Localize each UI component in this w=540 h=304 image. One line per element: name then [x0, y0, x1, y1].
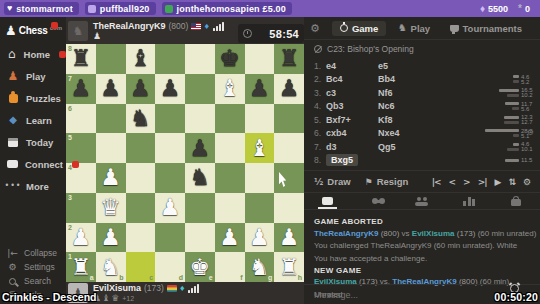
- square-c6[interactable]: ♞: [126, 104, 156, 134]
- sidebar-label-learn: Learn: [26, 115, 52, 126]
- subscriber-name: puffball920: [100, 4, 150, 14]
- sidebar: ♟ Chess com ⌂ Home ♟ Play Puzzles ◆ Lear…: [0, 17, 66, 304]
- square-h3[interactable]: [274, 193, 304, 223]
- today-icon: [8, 138, 18, 147]
- square-d8[interactable]: [155, 44, 185, 74]
- shop-bag-icon: [511, 199, 521, 206]
- move-number: 1.: [310, 61, 326, 71]
- sidebar-label-home: Home: [24, 49, 50, 60]
- donation-text: jonthehomosapien £5.00: [177, 4, 286, 14]
- piece-white-pawn-d3[interactable]: ♟: [155, 193, 185, 223]
- square-d5[interactable]: [155, 133, 185, 163]
- go-back-icon[interactable]: <: [449, 177, 456, 187]
- game-controls: ½ Draw ⚑ Resign |<<>>|▶⇅⚙: [304, 170, 540, 192]
- square-f5[interactable]: [215, 133, 245, 163]
- time-value: 11.5: [521, 157, 534, 163]
- settings-button[interactable]: ⚙ Settings: [0, 260, 66, 274]
- more-icon: •••: [4, 182, 21, 190]
- collapse-icon: |←: [7, 248, 18, 258]
- square-c4[interactable]: [126, 163, 156, 193]
- piece-white-bishop-f7[interactable]: ♝: [215, 74, 245, 104]
- move-number: 2.: [310, 74, 326, 84]
- sidebar-label-connect: Connect: [25, 159, 63, 170]
- square-g2[interactable]: ♟: [245, 223, 275, 253]
- move-times: 16.510.2: [468, 88, 534, 97]
- opening-name: C23: Bishop's Opening: [327, 44, 414, 54]
- now-playing-overlay: Crinkles - Descend: [2, 291, 97, 303]
- move-row-7: 7.d3Qg54.610.1: [310, 140, 534, 154]
- collapse-label: Collapse: [24, 248, 57, 258]
- square-c3[interactable]: [126, 193, 156, 223]
- bar-chart-icon: [463, 197, 475, 206]
- settings-label: Settings: [24, 262, 55, 272]
- chat-bubble-icon: [322, 197, 333, 205]
- game-aborted-heading: GAME ABORTED: [314, 217, 530, 226]
- square-g5[interactable]: ♝: [245, 133, 275, 163]
- move-black-4[interactable]: Nc6: [378, 101, 430, 111]
- money-icon: [165, 5, 173, 13]
- chess-com-live-screen: ♥ stommarmot puffball920 jonthehomosapie…: [0, 0, 540, 304]
- square-h5[interactable]: [274, 133, 304, 163]
- piece-white-knight-b1[interactable]: ♞: [96, 252, 126, 282]
- time-bar-w: [513, 143, 519, 146]
- chat-log: GAME ABORTED TheRealAngryK9 (800) vs Evi…: [304, 210, 540, 276]
- search-icon: [9, 278, 16, 285]
- sidebar-item-learn[interactable]: ◆ Learn: [0, 109, 66, 131]
- time-value: 5.6: [521, 106, 534, 112]
- tab-tournaments-label: Tournaments: [463, 23, 522, 34]
- move-white-6[interactable]: cxb4: [326, 128, 378, 138]
- time-value: 5.2: [521, 79, 534, 85]
- rating-text: (173): [455, 229, 478, 238]
- bottom-connection-bars-icon: [188, 284, 199, 293]
- square-b8[interactable]: [96, 44, 126, 74]
- move-white-8[interactable]: Bxg5: [326, 155, 378, 165]
- move-number: 5.: [310, 115, 326, 125]
- square-e7[interactable]: [185, 74, 215, 104]
- move-row-5: 5.Bxf7+Kf812.312.7: [310, 113, 534, 127]
- clock-running-icon: [243, 29, 252, 38]
- piece-black-knight-c6[interactable]: ♞: [126, 104, 156, 134]
- piece-white-bishop-g5[interactable]: ♝: [245, 133, 275, 163]
- move-black-5[interactable]: Kf8: [378, 115, 430, 125]
- square-e8[interactable]: [185, 44, 215, 74]
- sidebar-item-connect[interactable]: Connect: [0, 153, 66, 175]
- stream-topbar: ♥ stommarmot puffball920 jonthehomosapie…: [0, 0, 540, 17]
- square-g3[interactable]: [245, 193, 275, 223]
- piece-black-pawn-e5[interactable]: ♟: [185, 133, 215, 163]
- panel-tabs: Game ♞ Play Tournaments: [326, 21, 536, 36]
- move-times: 28.25.1: [468, 129, 534, 138]
- move-white-5[interactable]: Bxf7+: [326, 115, 378, 125]
- go-forward-icon[interactable]: >: [463, 177, 470, 187]
- move-black-2[interactable]: Bb4: [378, 74, 430, 84]
- flip-board-icon[interactable]: ⇅: [508, 177, 515, 187]
- follower-chip: ♥ stommarmot: [4, 2, 79, 15]
- opening-row: C23: Bishop's Opening: [304, 40, 540, 58]
- tab-game-label: Game: [352, 23, 378, 34]
- square-b3[interactable]: ♛: [96, 193, 126, 223]
- sidebar-label-today: Today: [26, 137, 53, 148]
- move-black-3[interactable]: Nf6: [378, 88, 430, 98]
- piece-white-pawn-f2[interactable]: ♟: [215, 223, 245, 253]
- move-white-2[interactable]: Bc4: [326, 74, 378, 84]
- file-label-c: c: [149, 274, 153, 281]
- move-number: 7.: [310, 142, 326, 152]
- piece-white-rook-h1[interactable]: ♜: [274, 252, 304, 282]
- piece-black-pawn-d7[interactable]: ♟: [155, 74, 185, 104]
- resign-button[interactable]: ⚑ Resign: [365, 176, 409, 187]
- heart-icon: ♥: [7, 4, 12, 13]
- puzzles-icon: [9, 94, 18, 103]
- square-e6[interactable]: [185, 104, 215, 134]
- square-d3[interactable]: ♟: [155, 193, 185, 223]
- diamond-icon: ♦: [480, 3, 485, 14]
- new-game-heading: NEW GAME: [314, 266, 530, 275]
- square-e4[interactable]: ♞: [185, 163, 215, 193]
- time-bar-w: [505, 159, 519, 162]
- square-d4[interactable]: [155, 163, 185, 193]
- logo-text: Chess: [19, 25, 48, 36]
- square-b6[interactable]: [96, 104, 126, 134]
- piece-black-rook-a8[interactable]: ♜: [66, 44, 96, 74]
- move-row-6: 6.cxb4Nxe428.25.1: [310, 127, 534, 141]
- square-b4[interactable]: ♟: [96, 163, 126, 193]
- autoplay-icon[interactable]: ▶: [494, 177, 500, 187]
- search-label: Search: [24, 276, 51, 286]
- move-white-7[interactable]: d3: [326, 142, 378, 152]
- snowflake-icon: *: [518, 3, 522, 14]
- sidebar-label-more: More: [26, 181, 49, 192]
- sidebar-item-today[interactable]: Today: [0, 131, 66, 153]
- connect-notification-badge: [72, 161, 79, 168]
- square-f8[interactable]: ♚: [215, 44, 245, 74]
- file-label-f: f: [240, 274, 242, 281]
- right-panel: ⚙ Game ♞ Play Tournaments C23: Bishop's …: [304, 17, 540, 304]
- move-row-2: 2.Bc4Bb44.65.2: [310, 73, 534, 87]
- sidebar-label-play: Play: [26, 71, 46, 82]
- top-player-rating: (800): [169, 21, 189, 31]
- piece-white-pawn-b4[interactable]: ♟: [96, 163, 126, 193]
- time-value: 10.2: [521, 92, 534, 98]
- resign-flag-icon: ⚑: [365, 177, 373, 187]
- time-bar-b: [513, 134, 519, 137]
- chat-settings-icon[interactable]: ⚙: [527, 128, 534, 137]
- piece-black-pawn-c7[interactable]: ♟: [126, 74, 156, 104]
- square-d2[interactable]: [155, 223, 185, 253]
- piece-white-pawn-g2[interactable]: ♟: [245, 223, 275, 253]
- square-f2[interactable]: ♟: [215, 223, 245, 253]
- resign-label: Resign: [377, 176, 409, 187]
- move-number: 6.: [310, 128, 326, 138]
- home-notification-badge: [59, 51, 66, 58]
- move-row-3: 3.c3Nf616.510.2: [310, 86, 534, 100]
- bottom-player-rating: (173): [144, 283, 164, 293]
- square-c8[interactable]: ♝: [126, 44, 156, 74]
- square-e5[interactable]: ♟: [185, 133, 215, 163]
- piece-white-pawn-b2[interactable]: ♟: [96, 223, 126, 253]
- stats-tab[interactable]: [446, 193, 493, 209]
- top-membership-diamond-icon: ♦: [204, 22, 209, 31]
- square-h8[interactable]: ♜: [274, 44, 304, 74]
- square-a8[interactable]: 8♜: [66, 44, 96, 74]
- us-flag-icon: [191, 23, 201, 30]
- connect-icon: [7, 160, 18, 168]
- chat-message-input[interactable]: Message...: [314, 290, 358, 300]
- logo-notification-badge: [51, 22, 58, 29]
- square-g7[interactable]: ♟: [245, 74, 275, 104]
- time-bar-w: [485, 129, 519, 132]
- username-link[interactable]: TheRealAngryK9: [314, 229, 378, 238]
- stream-timer-overlay: 00:50:20: [494, 291, 538, 303]
- move-times: 4.65.2: [468, 75, 534, 84]
- tab-tournaments[interactable]: Tournaments: [442, 21, 530, 36]
- square-a2[interactable]: 2♟: [66, 223, 96, 253]
- bottom-membership-diamond-icon: ♦: [180, 284, 185, 293]
- time-bar-w: [499, 89, 519, 92]
- move-black-6[interactable]: Nxe4: [378, 128, 430, 138]
- friends-icon: [415, 197, 429, 206]
- rank-label-5: 5: [68, 134, 72, 141]
- draw-button[interactable]: ½ Draw: [314, 176, 351, 187]
- binoculars-icon: [372, 198, 378, 204]
- square-d1[interactable]: d: [155, 252, 185, 282]
- chat-tab[interactable]: [304, 193, 351, 209]
- file-label-d: d: [179, 274, 183, 281]
- time-bar-b: [504, 121, 519, 124]
- square-d7[interactable]: ♟: [155, 74, 185, 104]
- piece-black-pawn-g7[interactable]: ♟: [245, 74, 275, 104]
- square-h6[interactable]: [274, 104, 304, 134]
- move-list: 1.e4e52.Bc4Bb44.65.23.c3Nf616.510.24.Qb3…: [304, 58, 540, 170]
- captured-white-pawn-icon: ♟: [93, 32, 101, 41]
- chess-board: 8♜♝♚♜7♟♟♟♟♝♟♟6♞5♟♝4♟♞3♛♟2♟♟♟♟♟1a♜b♞cde♚f…: [66, 44, 304, 282]
- panel-header: ⚙ Game ♞ Play Tournaments: [304, 17, 540, 40]
- square-a7[interactable]: 7♟: [66, 74, 96, 104]
- square-a5[interactable]: 5: [66, 133, 96, 163]
- square-a3[interactable]: 3: [66, 193, 96, 223]
- captured-black-bishop-icon: ♝: [102, 294, 110, 303]
- move-nav-group: |<<>>|▶⇅⚙: [432, 177, 530, 187]
- go-first-icon[interactable]: |<: [432, 177, 441, 187]
- rating-text: (800): [378, 229, 401, 238]
- bottom-player-bar: ♟ EvilXisuma (173) ♦ ♟♝♛+12 58:23: [66, 282, 304, 304]
- chesscom-logo[interactable]: ♟ Chess com: [0, 17, 66, 43]
- follower-name: stommarmot: [16, 4, 73, 14]
- rank-label-3: 3: [68, 194, 72, 201]
- square-c5[interactable]: [126, 133, 156, 163]
- square-f6[interactable]: [215, 104, 245, 134]
- time-bar-w: [504, 116, 519, 119]
- square-f3[interactable]: [215, 193, 245, 223]
- top-player-clock: 58:54: [238, 24, 304, 43]
- sub-box-icon: [88, 5, 96, 13]
- piece-white-rook-a1[interactable]: ♜: [66, 252, 96, 282]
- accepted-line: You have accepted a challenge.: [314, 254, 530, 264]
- piece-white-pawn-h2[interactable]: ♟: [274, 223, 304, 253]
- move-times: 11.75.6: [468, 102, 534, 111]
- move-black-7[interactable]: Qg5: [378, 142, 430, 152]
- square-e2[interactable]: [185, 223, 215, 253]
- gear-icon: ⚙: [7, 262, 18, 272]
- piece-black-pawn-h7[interactable]: ♟: [274, 74, 304, 104]
- play-icon: ♟: [8, 70, 19, 82]
- tournaments-tab-trophy-icon: [450, 25, 459, 32]
- sidebar-item-play[interactable]: ♟ Play: [0, 65, 66, 87]
- move-number: 4.: [310, 101, 326, 111]
- time-bar-b: [513, 80, 519, 83]
- search-button[interactable]: Search: [0, 274, 66, 288]
- vs-text: vs: [402, 229, 412, 238]
- piece-black-king-f8[interactable]: ♚: [215, 44, 245, 74]
- move-times: 12.312.7: [468, 115, 534, 124]
- time-control-text: (60 min unrated): [478, 229, 537, 238]
- play-tab-knight-icon: ♞: [398, 23, 407, 33]
- go-last-icon[interactable]: >|: [478, 177, 487, 187]
- square-g1[interactable]: g♞: [245, 252, 275, 282]
- rainbow-flag-icon: [167, 285, 177, 292]
- piece-black-pawn-b7[interactable]: ♟: [96, 74, 126, 104]
- sidebar-item-puzzles[interactable]: Puzzles: [0, 87, 66, 109]
- square-c1[interactable]: c: [126, 252, 156, 282]
- top-player-name[interactable]: TheRealAngryK9: [93, 21, 166, 31]
- piece-white-knight-g1[interactable]: ♞: [245, 252, 275, 282]
- home-icon: ⌂: [8, 48, 16, 60]
- piece-white-queen-b3[interactable]: ♛: [96, 193, 126, 223]
- sidebar-label-puzzles: Puzzles: [26, 93, 61, 104]
- tab-play-label: Play: [411, 23, 431, 34]
- rank-label-6: 6: [68, 105, 72, 112]
- move-row-4: 4.Qb3Nc611.75.6: [310, 100, 534, 114]
- square-a1[interactable]: 1a♜: [66, 252, 96, 282]
- bottom-captured-pieces: ♟♝♛+12: [93, 294, 304, 303]
- move-number: 8.: [310, 155, 326, 165]
- subscriber-chip: puffball920: [85, 2, 156, 15]
- username-link[interactable]: EvilXisuma: [412, 229, 455, 238]
- shop-tab[interactable]: [493, 193, 540, 209]
- draw-label: Draw: [327, 176, 350, 187]
- piece-black-rook-h8[interactable]: ♜: [274, 44, 304, 74]
- square-h2[interactable]: ♟: [274, 223, 304, 253]
- points-value: 5500: [488, 4, 508, 14]
- donation-chip: jonthehomosapien £5.00: [162, 2, 292, 15]
- move-white-4[interactable]: Qb3: [326, 101, 378, 111]
- time-value: 10.1: [521, 146, 534, 152]
- selected-move[interactable]: Bxg5: [326, 154, 358, 166]
- square-b7[interactable]: ♟: [96, 74, 126, 104]
- square-d6[interactable]: [155, 104, 185, 134]
- square-b2[interactable]: ♟: [96, 223, 126, 253]
- friends-tab[interactable]: [398, 193, 445, 209]
- watch-tab[interactable]: [351, 193, 398, 209]
- square-h1[interactable]: h♜: [274, 252, 304, 282]
- top-connection-bars-icon: [213, 22, 224, 31]
- piece-white-king-e1[interactable]: ♚: [185, 252, 215, 282]
- square-a6[interactable]: 6: [66, 104, 96, 134]
- game-tab-clock-icon: [340, 24, 348, 32]
- challenged-line: You challenged TheRealAngryK9 (60 min un…: [314, 241, 530, 251]
- bottom-player-name[interactable]: EvilXisuma: [93, 283, 141, 293]
- top-player-avatar[interactable]: ♞: [68, 21, 88, 41]
- square-g8[interactable]: [245, 44, 275, 74]
- captured-black-queen-icon: ♛: [111, 294, 119, 303]
- logo-pawn-icon: ♟: [5, 24, 17, 37]
- square-c7[interactable]: ♟: [126, 74, 156, 104]
- square-a4[interactable]: 4: [66, 163, 96, 193]
- move-times: 4.610.1: [468, 142, 534, 151]
- secondary-value: 0: [525, 4, 530, 14]
- top-player-bar: ♞ TheRealAngryK9 (800) ♦ ♟ 58:54: [66, 20, 304, 44]
- move-number: 3.: [310, 88, 326, 98]
- square-e3[interactable]: [185, 193, 215, 223]
- chat-tabs: [304, 192, 540, 210]
- time-bar-b: [512, 107, 519, 110]
- aborted-matchup-line: TheRealAngryK9 (800) vs EvilXisuma (173)…: [314, 229, 530, 239]
- move-black-1[interactable]: e5: [378, 61, 430, 71]
- sidebar-item-more[interactable]: ••• More: [0, 175, 66, 197]
- opening-book-icon: [314, 45, 322, 53]
- time-bar-b: [507, 148, 519, 151]
- piece-black-bishop-c8[interactable]: ♝: [126, 44, 156, 74]
- piece-black-knight-e4[interactable]: ♞: [185, 163, 215, 193]
- settings-icon[interactable]: ⚙: [523, 177, 530, 187]
- piece-white-pawn-a2[interactable]: ♟: [66, 223, 96, 253]
- secondary-counter: * 0: [518, 3, 530, 14]
- square-h7[interactable]: ♟: [274, 74, 304, 104]
- tab-play[interactable]: ♞ Play: [390, 21, 439, 36]
- points-counter: ♦ 5500: [480, 3, 508, 14]
- piece-black-pawn-a7[interactable]: ♟: [66, 74, 96, 104]
- square-g4[interactable]: [245, 163, 275, 193]
- time-bar-w: [513, 75, 519, 78]
- square-g6[interactable]: [245, 104, 275, 134]
- move-white-1[interactable]: e4: [326, 61, 378, 71]
- material-advantage: +12: [122, 295, 134, 302]
- time-bar-b: [507, 94, 519, 97]
- square-e1[interactable]: e♚: [185, 252, 215, 282]
- time-value: 12.7: [521, 119, 534, 125]
- board-zone: ♞ TheRealAngryK9 (800) ♦ ♟ 58:54 8♜♝♚♜7♟…: [66, 17, 304, 304]
- move-row-8: 8.Bxg511.5: [310, 154, 534, 168]
- square-h4[interactable]: [274, 163, 304, 193]
- square-c2[interactable]: [126, 223, 156, 253]
- top-clock-time: 58:54: [269, 28, 299, 40]
- square-f1[interactable]: f: [215, 252, 245, 282]
- sidebar-item-home[interactable]: ⌂ Home: [0, 43, 66, 65]
- square-b1[interactable]: b♞: [96, 252, 126, 282]
- square-f7[interactable]: ♝: [215, 74, 245, 104]
- square-b5[interactable]: [96, 133, 126, 163]
- time-bar-w: [505, 102, 519, 105]
- move-row-1: 1.e4e5: [310, 59, 534, 73]
- board-settings-gear-icon[interactable]: ⚙: [310, 22, 320, 35]
- half-point-icon: ½: [314, 177, 323, 187]
- topbar-right: ♦ 5500 * 0: [480, 3, 536, 14]
- move-white-3[interactable]: c3: [326, 88, 378, 98]
- move-times: 11.5: [468, 158, 534, 162]
- collapse-button[interactable]: |← Collapse: [0, 246, 66, 260]
- tab-game[interactable]: Game: [332, 21, 386, 36]
- square-f4[interactable]: [215, 163, 245, 193]
- learn-icon: ◆: [9, 115, 17, 125]
